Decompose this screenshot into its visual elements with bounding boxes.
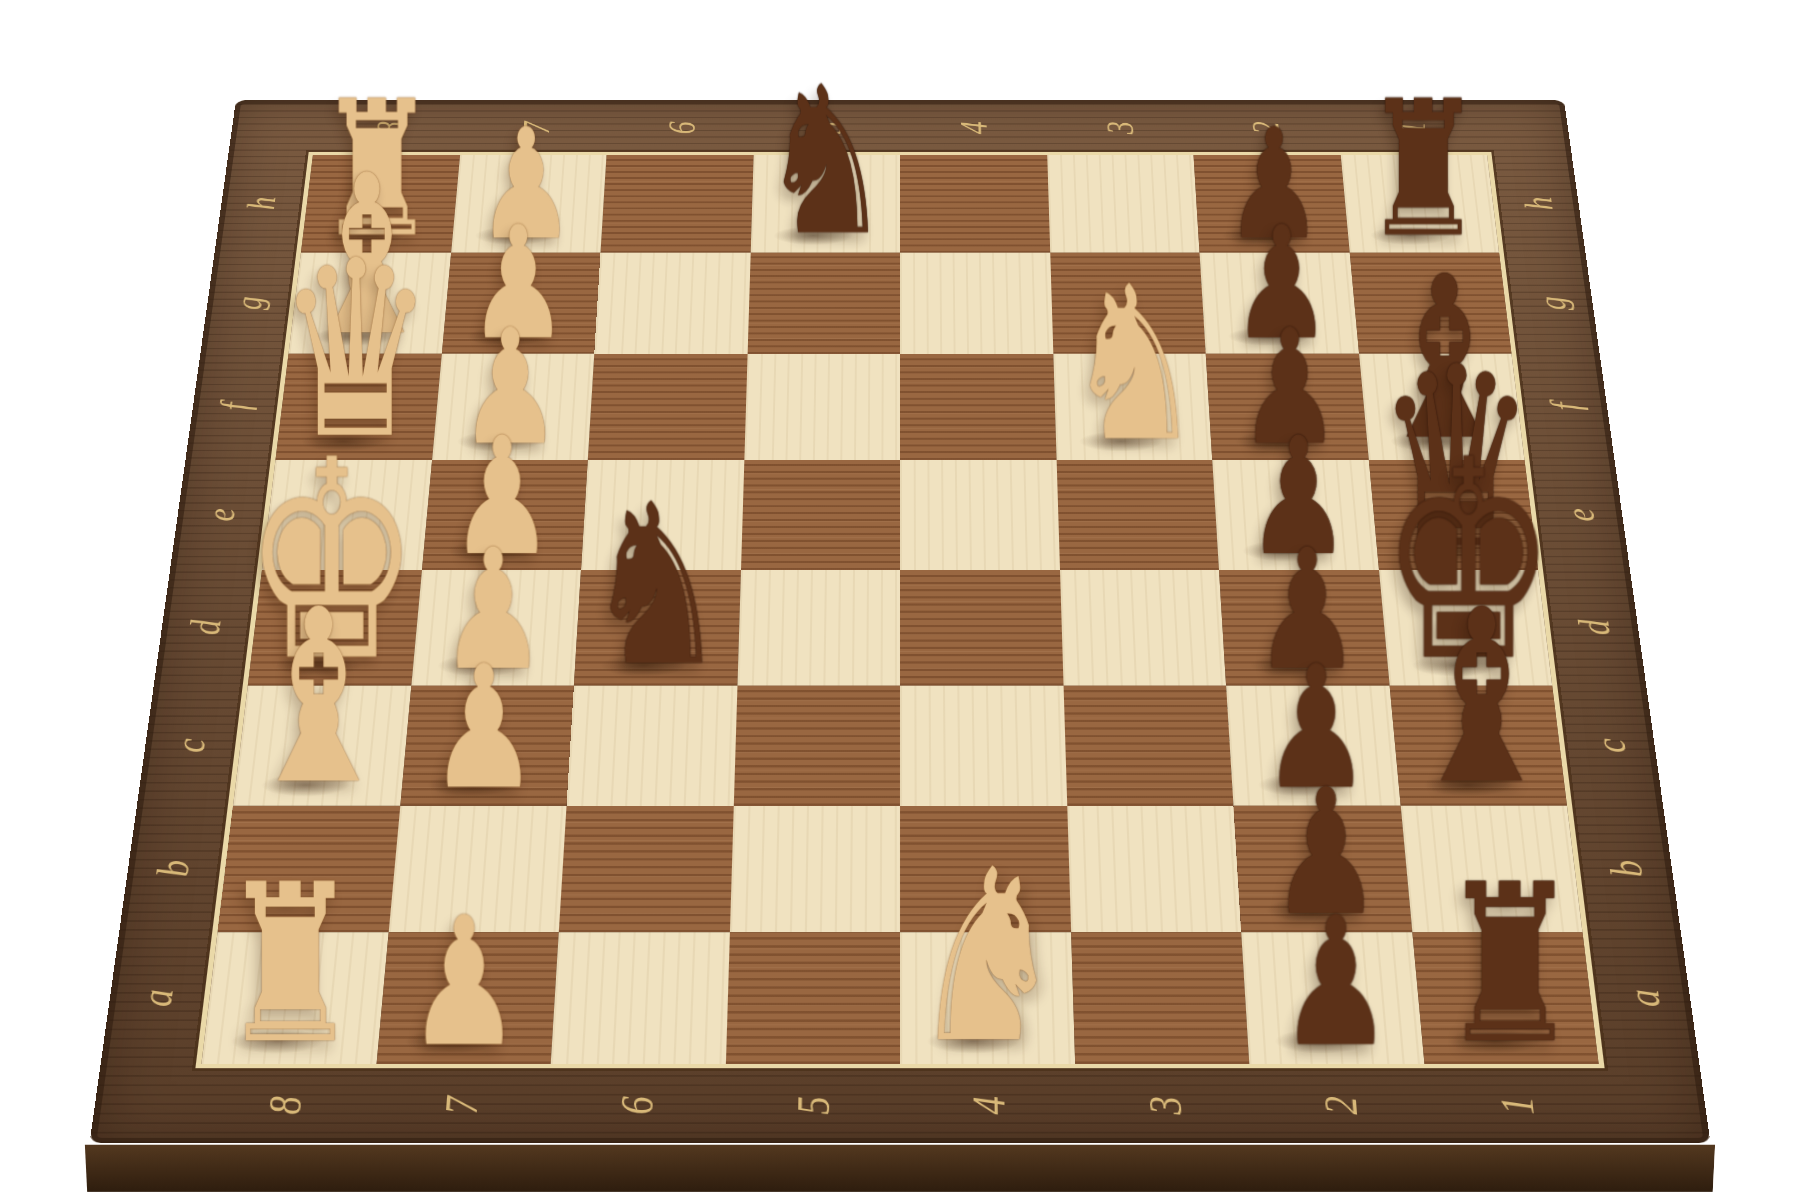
- square-a3[interactable]: [1071, 932, 1250, 1064]
- square-e5[interactable]: [741, 460, 901, 570]
- black-knight-icon: ♞: [759, 65, 891, 259]
- square-a6[interactable]: [551, 932, 730, 1064]
- piece-black-pawn-a2[interactable]: ♟: [1241, 932, 1424, 1064]
- piece-white-bishop-c8[interactable]: ♝: [233, 685, 411, 806]
- square-a2[interactable]: ♟: [1241, 932, 1424, 1064]
- square-c8[interactable]: ♝: [233, 685, 411, 806]
- square-a4[interactable]: ♞: [900, 932, 1075, 1064]
- square-a5[interactable]: [725, 932, 900, 1064]
- board-frame: 87654321 87654321 hgfedcba hgfedcba ♜♟♞♟…: [90, 100, 1711, 1143]
- white-pawn-icon: ♟: [407, 899, 522, 1068]
- white-bishop-icon: ♝: [241, 584, 396, 812]
- white-knight-icon: ♞: [910, 843, 1064, 1069]
- square-e3[interactable]: [1056, 460, 1219, 570]
- white-rook-icon: ♜: [220, 861, 361, 1068]
- square-f3[interactable]: ♞: [1053, 354, 1212, 460]
- square-f5[interactable]: [744, 354, 900, 460]
- square-f4[interactable]: [900, 354, 1056, 460]
- piece-white-knight-f3[interactable]: ♞: [1053, 354, 1212, 460]
- piece-black-knight-d6[interactable]: ♞: [574, 570, 741, 685]
- square-c4[interactable]: [900, 685, 1067, 806]
- rank-labels-bottom: 87654321: [193, 1074, 1608, 1136]
- square-h5[interactable]: ♞: [750, 155, 900, 252]
- white-knight-icon: ♞: [1065, 264, 1202, 466]
- square-b3[interactable]: [1067, 806, 1241, 932]
- white-pawn-icon: ♟: [429, 648, 539, 810]
- piece-white-rook-a8[interactable]: ♜: [201, 932, 388, 1064]
- square-d6[interactable]: ♞: [574, 570, 741, 685]
- square-d4[interactable]: [900, 570, 1063, 685]
- black-rook-icon: ♜: [1439, 861, 1580, 1068]
- square-c3[interactable]: [1063, 685, 1233, 806]
- square-a1[interactable]: ♜: [1412, 932, 1599, 1064]
- piece-black-bishop-c1[interactable]: ♝: [1389, 685, 1567, 806]
- square-b5[interactable]: [729, 806, 900, 932]
- square-e4[interactable]: [900, 460, 1060, 570]
- piece-black-rook-a1[interactable]: ♜: [1412, 932, 1599, 1064]
- product-photo-scene: 87654321 87654321 hgfedcba hgfedcba ♜♟♞♟…: [0, 0, 1800, 1200]
- square-b6[interactable]: [559, 806, 733, 932]
- square-g5[interactable]: [747, 252, 900, 353]
- square-d3[interactable]: [1060, 570, 1227, 685]
- square-c1[interactable]: ♝: [1389, 685, 1567, 806]
- square-g6[interactable]: [594, 252, 750, 353]
- piece-black-knight-h5[interactable]: ♞: [750, 155, 900, 252]
- board-front-edge: [85, 1145, 1715, 1192]
- piece-white-pawn-a7[interactable]: ♟: [376, 932, 559, 1064]
- square-d5[interactable]: [737, 570, 900, 685]
- black-knight-icon: ♞: [584, 480, 727, 691]
- black-pawn-icon: ♟: [1278, 899, 1393, 1068]
- square-c6[interactable]: [567, 685, 737, 806]
- square-f6[interactable]: [588, 354, 747, 460]
- black-bishop-icon: ♝: [1404, 584, 1559, 812]
- square-a8[interactable]: ♜: [201, 932, 388, 1064]
- piece-white-pawn-c7[interactable]: ♟: [400, 685, 574, 806]
- board-grid: ♜♟♞♟♜♝♟♟♛♟♞♟♝♟♟♛♚♟♞♟♚♝♟♟♝♟♜♟♞♟♜: [201, 155, 1598, 1064]
- square-a7[interactable]: ♟: [376, 932, 559, 1064]
- square-g4[interactable]: [900, 252, 1053, 353]
- square-c7[interactable]: ♟: [400, 685, 574, 806]
- square-c5[interactable]: [733, 685, 900, 806]
- chess-board-3d: 87654321 87654321 hgfedcba hgfedcba ♜♟♞♟…: [90, 100, 1711, 1143]
- piece-white-knight-a4[interactable]: ♞: [900, 932, 1075, 1064]
